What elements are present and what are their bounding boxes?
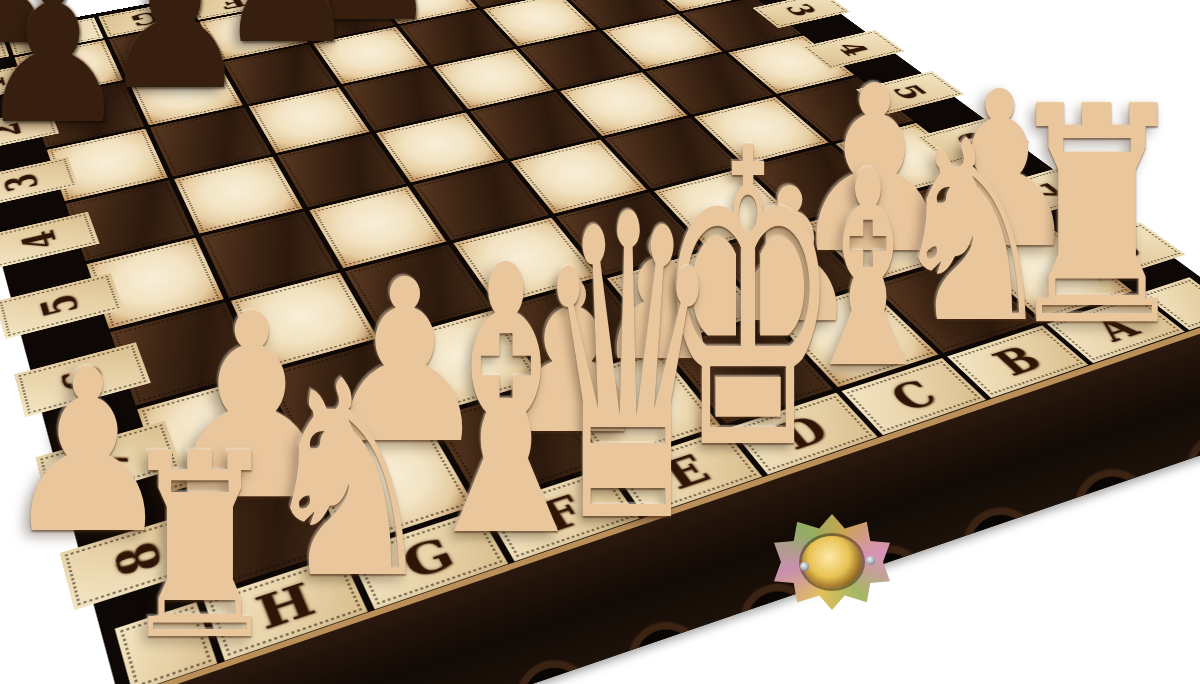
photo-stage: HGFEDCBA1122334455667788HGFEDCBA ♟♟♟♟♟♟♟… <box>0 0 1200 684</box>
piece-light-rook-h8: ♜ <box>118 420 283 675</box>
piece-light-knight-g8: ♞ <box>257 346 439 616</box>
pieces-layer: ♟♟♟♟♟♟♟♞♜♟♟♝♟♚♟♟♛♝♟♞♜ <box>0 0 1200 684</box>
piece-light-rook-a8: ♜ <box>1000 68 1194 368</box>
piece-dark-pawn-e2: ♟ <box>0 0 129 152</box>
